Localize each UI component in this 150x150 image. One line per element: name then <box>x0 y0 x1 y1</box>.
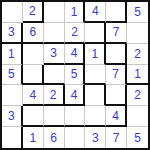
cell-r1c2[interactable]: 2 <box>23 2 44 23</box>
cell-r5c7[interactable]: 2 <box>127 85 148 106</box>
cell-r6c3[interactable] <box>44 106 65 127</box>
cell-r6c5[interactable] <box>85 106 106 127</box>
cell-r4c4[interactable]: 5 <box>65 65 86 86</box>
given-digit: 7 <box>112 68 119 80</box>
given-digit: 1 <box>8 48 15 60</box>
cell-r3c3[interactable]: 3 <box>44 44 65 65</box>
cell-r4c5[interactable] <box>85 65 106 86</box>
cell-r3c7[interactable]: 2 <box>127 44 148 65</box>
cell-r4c6[interactable]: 7 <box>106 65 127 86</box>
given-digit: 3 <box>92 132 99 144</box>
cell-r3c1[interactable]: 1 <box>2 44 23 65</box>
cell-r5c6[interactable] <box>106 85 127 106</box>
cell-r7c5[interactable]: 3 <box>85 127 106 148</box>
cell-r5c5[interactable] <box>85 85 106 106</box>
cell-r4c2[interactable] <box>23 65 44 86</box>
given-digit: 1 <box>92 48 99 60</box>
cell-r1c5[interactable]: 4 <box>85 2 106 23</box>
cell-r6c1[interactable]: 3 <box>2 106 23 127</box>
cell-r2c3[interactable] <box>44 23 65 44</box>
cell-r6c6[interactable]: 4 <box>106 106 127 127</box>
given-digit: 2 <box>134 48 141 60</box>
cell-r5c2[interactable]: 4 <box>23 85 44 106</box>
given-digit: 7 <box>113 132 120 144</box>
given-digit: 1 <box>71 6 78 18</box>
cell-r6c4[interactable] <box>65 106 86 127</box>
cell-r7c7[interactable]: 5 <box>127 127 148 148</box>
given-digit: 7 <box>113 26 120 38</box>
cell-r2c2[interactable]: 6 <box>23 23 44 44</box>
given-digit: 4 <box>71 47 78 59</box>
cell-r7c3[interactable]: 6 <box>44 127 65 148</box>
cell-r2c1[interactable]: 3 <box>2 23 23 44</box>
given-digit: 6 <box>29 26 36 38</box>
given-digit: 4 <box>92 5 99 17</box>
cell-r2c7[interactable] <box>127 23 148 44</box>
cell-r5c1[interactable] <box>2 85 23 106</box>
given-digit: 5 <box>134 6 141 18</box>
given-digit: 2 <box>134 89 141 101</box>
given-digit: 6 <box>50 132 57 144</box>
given-digit: 2 <box>71 26 78 38</box>
cell-r7c1[interactable] <box>2 127 23 148</box>
given-digit: 3 <box>50 47 57 59</box>
cell-r3c2[interactable] <box>23 44 44 65</box>
given-digit: 5 <box>134 132 141 144</box>
cell-r5c3[interactable]: 2 <box>44 85 65 106</box>
given-digit: 4 <box>112 110 119 122</box>
cell-r7c6[interactable]: 7 <box>106 127 127 148</box>
given-digit: 1 <box>134 68 141 80</box>
cell-r4c1[interactable]: 5 <box>2 65 23 86</box>
puzzle-board: 2145362713412557142423416375 <box>0 0 150 150</box>
given-digit: 1 <box>29 132 36 144</box>
given-digit: 3 <box>8 110 15 122</box>
cell-r2c4[interactable]: 2 <box>65 23 86 44</box>
given-digit: 5 <box>71 68 78 80</box>
cell-r3c5[interactable]: 1 <box>85 44 106 65</box>
given-digit: 2 <box>50 89 57 101</box>
cell-r1c6[interactable] <box>106 2 127 23</box>
cell-r7c2[interactable]: 1 <box>23 127 44 148</box>
cell-r2c6[interactable]: 7 <box>106 23 127 44</box>
cell-r1c1[interactable] <box>2 2 23 23</box>
given-digit: 4 <box>71 89 78 101</box>
cell-r4c7[interactable]: 1 <box>127 65 148 86</box>
given-digit: 5 <box>8 68 15 80</box>
cell-r1c7[interactable]: 5 <box>127 2 148 23</box>
cell-r3c6[interactable] <box>106 44 127 65</box>
cell-r6c2[interactable] <box>23 106 44 127</box>
cell-r4c3[interactable] <box>44 65 65 86</box>
cell-r7c4[interactable] <box>65 127 86 148</box>
cell-r5c4[interactable]: 4 <box>65 85 86 106</box>
cell-r3c4[interactable]: 4 <box>65 44 86 65</box>
cell-r6c7[interactable] <box>127 106 148 127</box>
cell-r1c4[interactable]: 1 <box>65 2 86 23</box>
cell-r2c5[interactable] <box>85 23 106 44</box>
given-digit: 4 <box>29 89 36 101</box>
cell-r1c3[interactable] <box>44 2 65 23</box>
given-digit: 3 <box>8 26 15 38</box>
given-digit: 2 <box>29 5 36 17</box>
